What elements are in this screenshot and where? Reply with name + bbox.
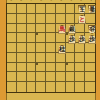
shogi-board: 玉香と馬銀歩歩歩歩桂 (6, 3, 96, 93)
shogi-piece-pawn[interactable]: 歩 (88, 25, 96, 34)
file-label: 1 (89, 0, 94, 2)
shogi-app-screenshot: { "game": "shogi", "board_style": { "boa… (0, 0, 100, 100)
board-cell[interactable] (66, 53, 76, 63)
board-cell[interactable] (75, 63, 85, 73)
board-cell[interactable] (75, 24, 85, 34)
file-label: 4 (59, 0, 64, 2)
board-cell[interactable] (17, 82, 27, 92)
board-cell[interactable] (27, 14, 37, 24)
board-cell[interactable] (66, 14, 76, 24)
board-cell[interactable] (7, 14, 17, 24)
board-cell[interactable] (17, 72, 27, 82)
board-cell[interactable] (27, 63, 37, 73)
board-cell[interactable] (27, 24, 37, 34)
board-cell[interactable] (66, 72, 76, 82)
file-label: 2 (79, 0, 84, 2)
board-cell[interactable] (46, 82, 56, 92)
board-cell[interactable] (56, 33, 66, 43)
board-cell[interactable] (7, 24, 17, 34)
star-point-icon (66, 33, 68, 35)
board-cell[interactable] (75, 72, 85, 82)
board-cell[interactable] (75, 53, 85, 63)
board-cell[interactable] (7, 43, 17, 53)
board-cell[interactable] (27, 33, 37, 43)
board-cell[interactable] (36, 4, 46, 14)
board-cell[interactable] (46, 72, 56, 82)
board-cell[interactable] (46, 33, 56, 43)
board-cell[interactable] (7, 82, 17, 92)
board-cell[interactable] (85, 82, 95, 92)
file-label: 6 (39, 0, 44, 2)
board-cell[interactable] (66, 43, 76, 53)
board-cell[interactable] (56, 72, 66, 82)
board-cell[interactable] (36, 43, 46, 53)
board-cell[interactable] (46, 4, 56, 14)
board-cell[interactable] (85, 43, 95, 53)
board-cell[interactable] (36, 14, 46, 24)
board-cell[interactable] (36, 24, 46, 34)
board-cell[interactable] (46, 63, 56, 73)
board-cell[interactable] (27, 82, 37, 92)
file-label: 9 (9, 0, 14, 2)
board-cell[interactable] (56, 4, 66, 14)
board-cell[interactable] (85, 53, 95, 63)
board-cell[interactable] (27, 4, 37, 14)
star-point-icon (36, 63, 38, 65)
board-cell[interactable] (66, 82, 76, 92)
file-label: 3 (69, 0, 74, 2)
board-cell[interactable] (85, 63, 95, 73)
board-cell[interactable] (66, 4, 76, 14)
file-label: 7 (29, 0, 34, 2)
board-cell[interactable] (27, 43, 37, 53)
file-label: 8 (19, 0, 24, 2)
board-cell[interactable] (36, 72, 46, 82)
board-cell[interactable] (56, 63, 66, 73)
board-cell[interactable] (7, 63, 17, 73)
board-cell[interactable] (56, 53, 66, 63)
board-cell[interactable] (17, 43, 27, 53)
board-cell[interactable] (27, 72, 37, 82)
board-cell[interactable] (17, 4, 27, 14)
board-cell[interactable] (17, 63, 27, 73)
shogi-piece-lance[interactable]: 香 (88, 5, 96, 14)
board-cell[interactable] (7, 33, 17, 43)
file-label: 5 (49, 0, 54, 2)
board-cell[interactable] (46, 53, 56, 63)
board-cell[interactable] (46, 24, 56, 34)
board-cell[interactable] (7, 53, 17, 63)
board-cell[interactable] (7, 72, 17, 82)
board-cell[interactable] (27, 53, 37, 63)
board-cell[interactable] (17, 24, 27, 34)
board-cell[interactable] (46, 43, 56, 53)
shogi-piece-king[interactable]: 玉 (78, 5, 86, 14)
board-cell[interactable] (46, 14, 56, 24)
board-cell[interactable] (56, 82, 66, 92)
board-cell[interactable] (75, 43, 85, 53)
board-cell[interactable] (36, 33, 46, 43)
star-point-icon (66, 63, 68, 65)
board-cell[interactable] (17, 33, 27, 43)
board-cell[interactable] (7, 4, 17, 14)
board-cell[interactable] (85, 14, 95, 24)
board-cell[interactable] (36, 53, 46, 63)
board-cell[interactable] (75, 82, 85, 92)
board-cell[interactable] (36, 82, 46, 92)
board-cell[interactable] (56, 14, 66, 24)
board-cell[interactable] (85, 72, 95, 82)
board-cell[interactable] (17, 14, 27, 24)
board-cell[interactable] (17, 53, 27, 63)
star-point-icon (36, 33, 38, 35)
